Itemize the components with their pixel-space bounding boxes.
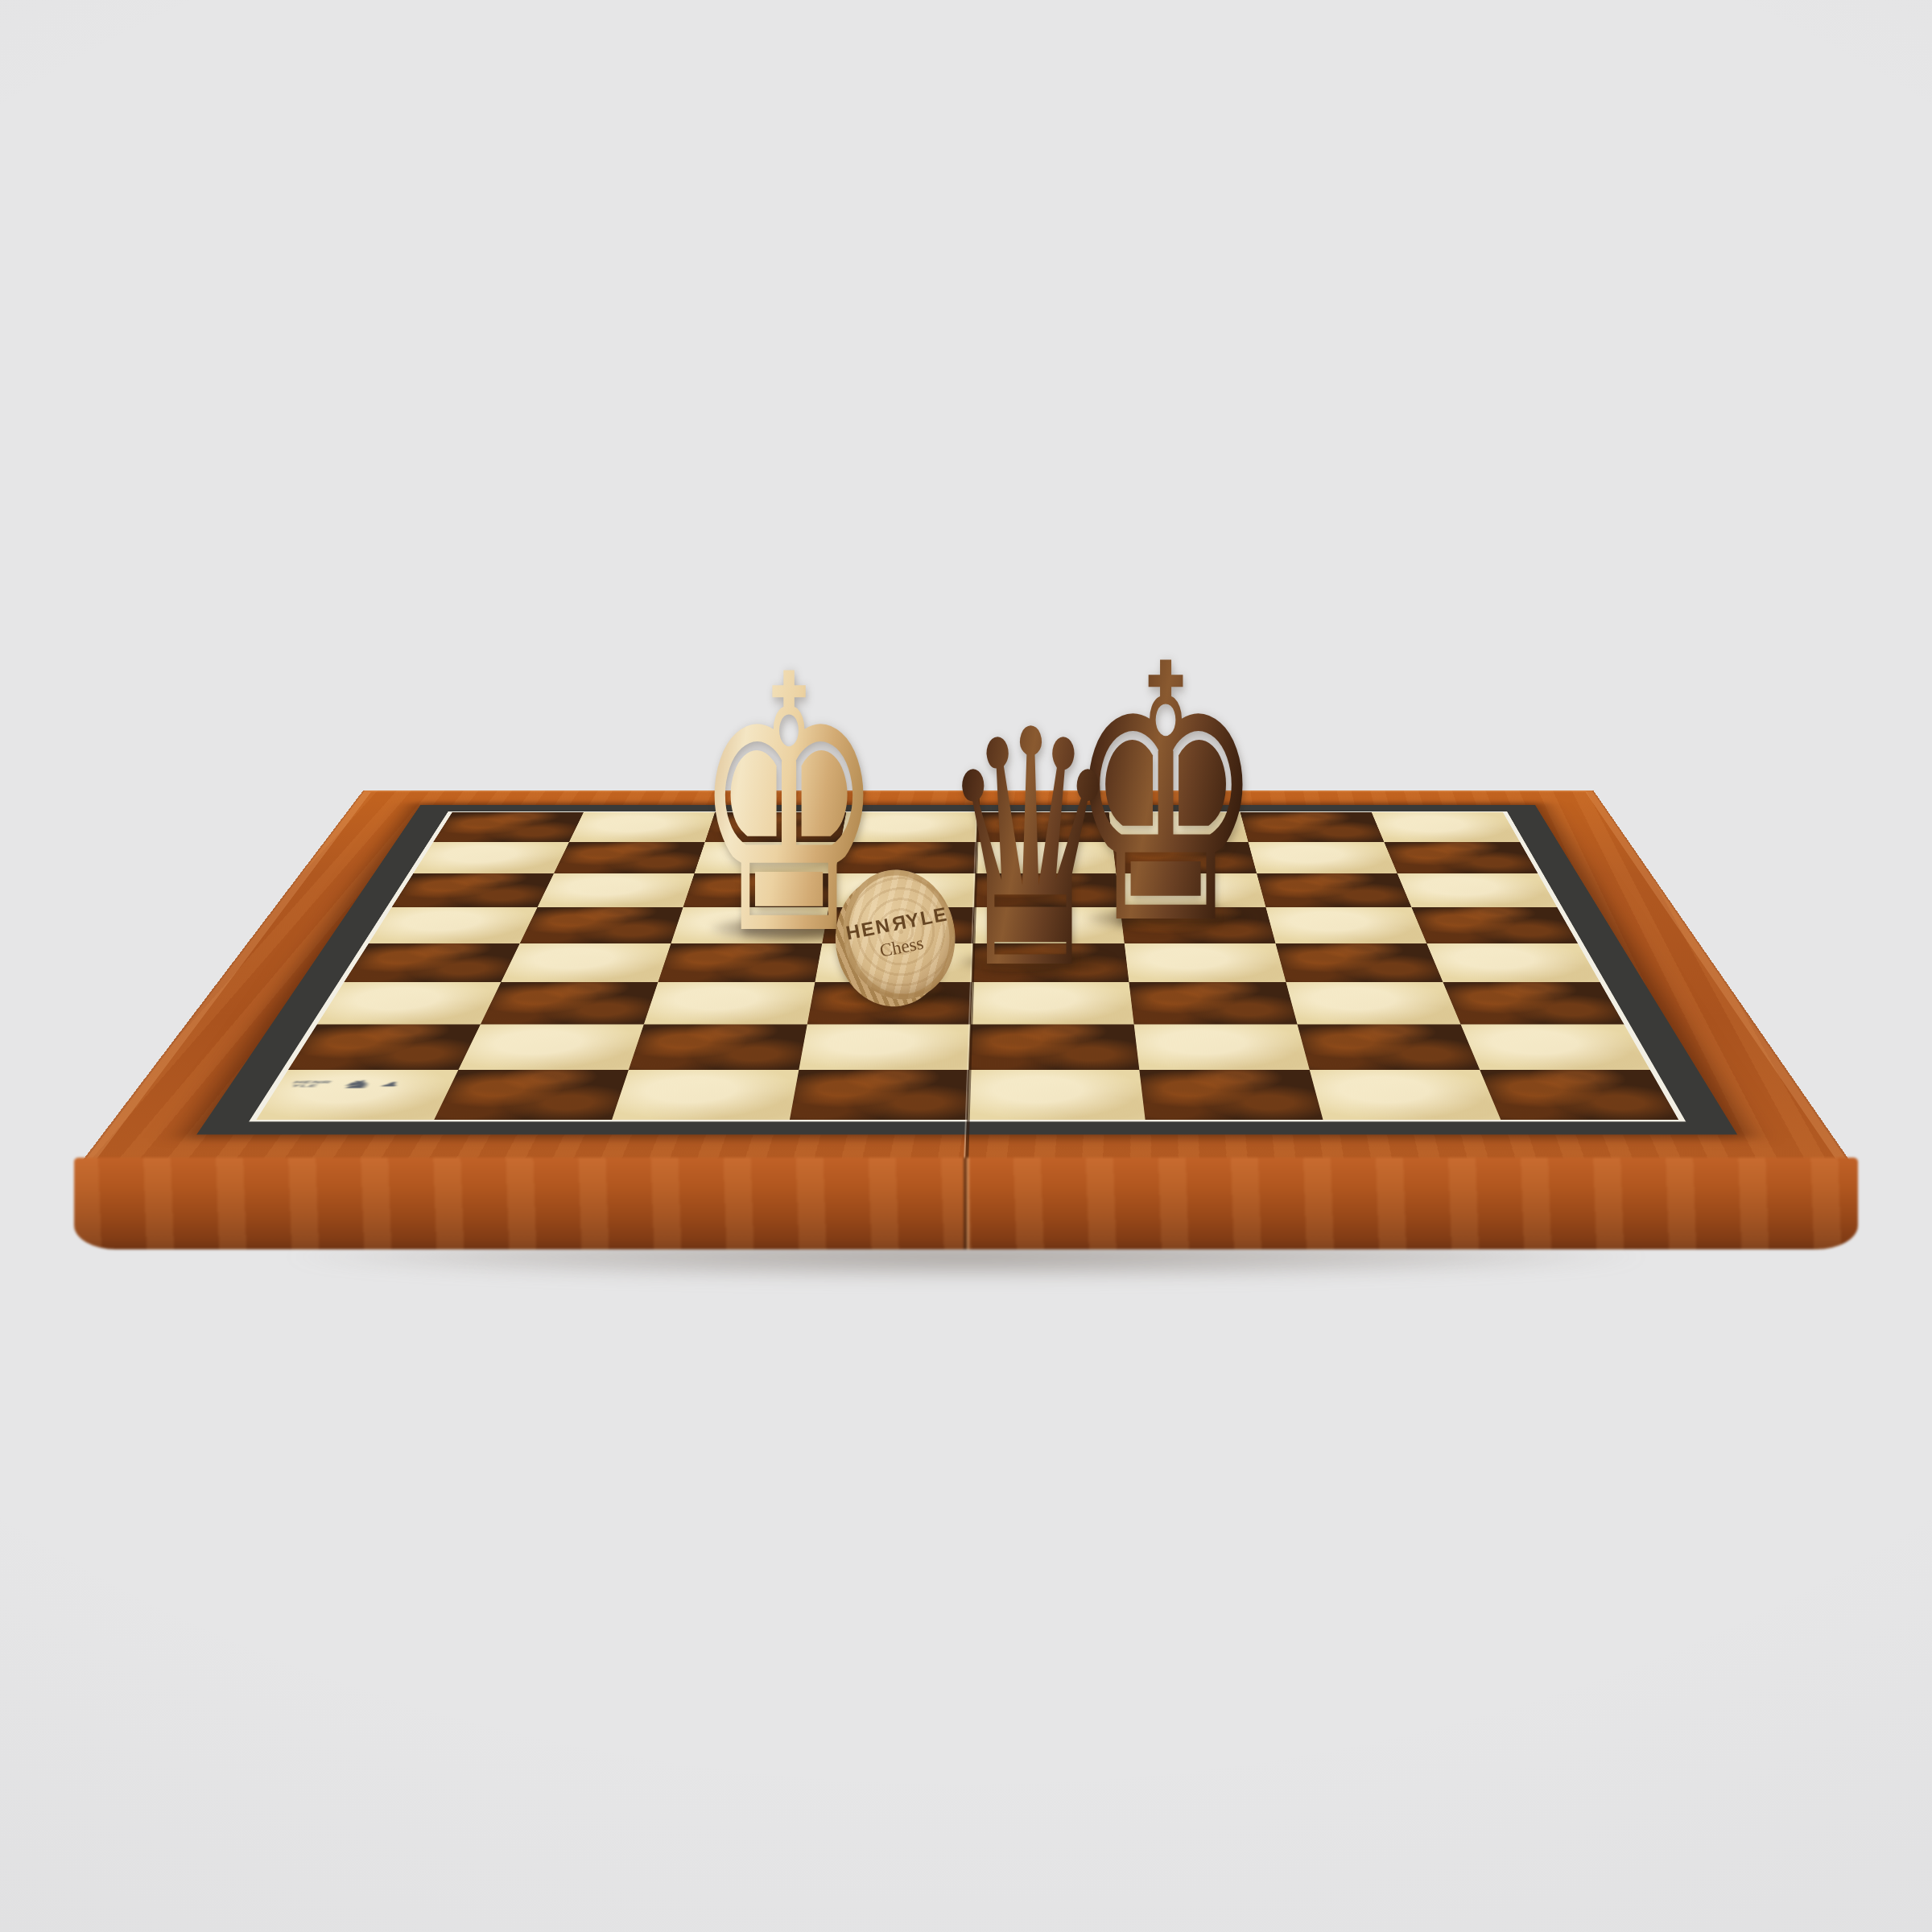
branding-disc: HENRYLE Chess bbox=[835, 862, 963, 1007]
photo-scene: HENRYLE♞♟ HENRYLE Chess ♚♛♚ bbox=[0, 0, 1932, 1932]
pieces-layer: HENRYLE Chess ♚♛♚ bbox=[0, 0, 1932, 1932]
black-queen: ♛ bbox=[939, 688, 1121, 1014]
